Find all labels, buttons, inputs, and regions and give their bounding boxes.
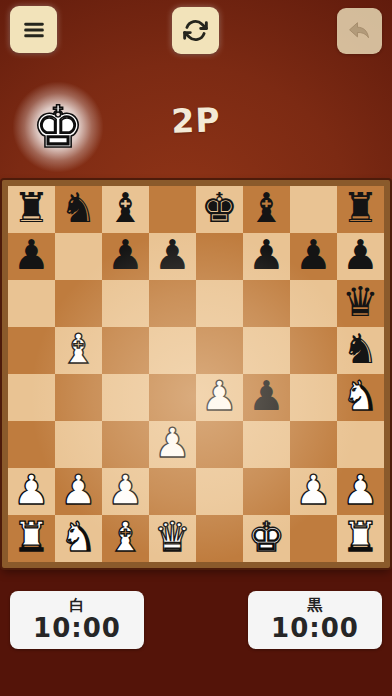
- white-clock-label: 白: [70, 597, 85, 614]
- square-f2[interactable]: [243, 468, 290, 515]
- square-a5[interactable]: [8, 327, 55, 374]
- piece-black-queen: ♛: [342, 282, 379, 323]
- square-d2[interactable]: [149, 468, 196, 515]
- refresh-icon: [183, 18, 208, 43]
- square-h1[interactable]: ♜: [337, 515, 384, 562]
- piece-white-knight: ♞: [342, 376, 379, 417]
- square-d5[interactable]: [149, 327, 196, 374]
- square-g2[interactable]: ♟: [290, 468, 337, 515]
- piece-black-pawn: ♟: [295, 235, 332, 276]
- square-a8[interactable]: ♜: [8, 186, 55, 233]
- square-c2[interactable]: ♟: [102, 468, 149, 515]
- square-d1[interactable]: ♛: [149, 515, 196, 562]
- square-h2[interactable]: ♟: [337, 468, 384, 515]
- square-e8[interactable]: ♚: [196, 186, 243, 233]
- undo-button[interactable]: [337, 8, 382, 54]
- menu-button[interactable]: [10, 6, 57, 53]
- square-a2[interactable]: ♟: [8, 468, 55, 515]
- square-e3[interactable]: [196, 421, 243, 468]
- square-a4[interactable]: [8, 374, 55, 421]
- square-e4[interactable]: ♟: [196, 374, 243, 421]
- piece-black-knight: ♞: [342, 329, 379, 370]
- square-f8[interactable]: ♝: [243, 186, 290, 233]
- square-f7[interactable]: ♟: [243, 233, 290, 280]
- piece-white-pawn: ♟: [154, 423, 191, 464]
- piece-white-pawn: ♟: [13, 470, 50, 511]
- piece-white-bishop: ♝: [60, 329, 97, 370]
- square-a1[interactable]: ♜: [8, 515, 55, 562]
- square-h3[interactable]: [337, 421, 384, 468]
- piece-white-knight: ♞: [60, 517, 97, 558]
- piece-black-king: ♚: [201, 188, 238, 229]
- piece-white-rook: ♜: [13, 517, 50, 558]
- square-b7[interactable]: [55, 233, 102, 280]
- piece-white-rook: ♜: [342, 517, 379, 558]
- square-d7[interactable]: ♟: [149, 233, 196, 280]
- square-b8[interactable]: ♞: [55, 186, 102, 233]
- square-c3[interactable]: [102, 421, 149, 468]
- piece-black-pawn: ♟: [107, 235, 144, 276]
- square-g3[interactable]: [290, 421, 337, 468]
- square-c8[interactable]: ♝: [102, 186, 149, 233]
- square-h5[interactable]: ♞: [337, 327, 384, 374]
- square-b6[interactable]: [55, 280, 102, 327]
- square-d4[interactable]: [149, 374, 196, 421]
- piece-black-bishop: ♝: [107, 188, 144, 229]
- white-clock-time: 10:00: [33, 614, 121, 643]
- square-g7[interactable]: ♟: [290, 233, 337, 280]
- piece-white-pawn: ♟: [201, 376, 238, 417]
- piece-white-pawn: ♟: [342, 470, 379, 511]
- square-f3[interactable]: [243, 421, 290, 468]
- square-a7[interactable]: ♟: [8, 233, 55, 280]
- square-e5[interactable]: [196, 327, 243, 374]
- piece-black-pawn: ♟: [154, 235, 191, 276]
- square-f6[interactable]: [243, 280, 290, 327]
- square-a6[interactable]: [8, 280, 55, 327]
- piece-white-queen: ♛: [154, 517, 191, 558]
- square-c7[interactable]: ♟: [102, 233, 149, 280]
- square-b2[interactable]: ♟: [55, 468, 102, 515]
- piece-black-pawn: ♟: [248, 235, 285, 276]
- square-b1[interactable]: ♞: [55, 515, 102, 562]
- app-screen: { "game": "chess", "position": "rnb1kb1r…: [0, 0, 392, 696]
- square-g4[interactable]: [290, 374, 337, 421]
- square-h8[interactable]: ♜: [337, 186, 384, 233]
- square-f1[interactable]: ♚: [243, 515, 290, 562]
- piece-black-bishop: ♝: [248, 188, 285, 229]
- square-h7[interactable]: ♟: [337, 233, 384, 280]
- square-d8[interactable]: [149, 186, 196, 233]
- black-clock-time: 10:00: [271, 614, 359, 643]
- piece-white-pawn: ♟: [295, 470, 332, 511]
- square-c1[interactable]: ♝: [102, 515, 149, 562]
- piece-black-rook: ♜: [342, 188, 379, 229]
- square-e2[interactable]: [196, 468, 243, 515]
- piece-black-rook: ♜: [13, 188, 50, 229]
- square-c6[interactable]: [102, 280, 149, 327]
- square-a3[interactable]: [8, 421, 55, 468]
- black-clock: 黒 10:00: [248, 591, 382, 649]
- square-b3[interactable]: [55, 421, 102, 468]
- refresh-button[interactable]: [172, 7, 219, 54]
- square-c5[interactable]: [102, 327, 149, 374]
- square-c4[interactable]: [102, 374, 149, 421]
- square-e1[interactable]: [196, 515, 243, 562]
- square-b4[interactable]: [55, 374, 102, 421]
- piece-black-pawn: ♟: [248, 376, 285, 417]
- square-d6[interactable]: [149, 280, 196, 327]
- square-f5[interactable]: [243, 327, 290, 374]
- piece-black-knight: ♞: [60, 188, 97, 229]
- square-d3[interactable]: ♟: [149, 421, 196, 468]
- board-squares: ♜♞♝♚♝♜♟♟♟♟♟♟♛♝♞♟♟♞♟♟♟♟♟♟♜♞♝♛♚♜: [8, 186, 384, 562]
- square-e7[interactable]: [196, 233, 243, 280]
- square-g6[interactable]: [290, 280, 337, 327]
- white-clock: 白 10:00: [10, 591, 144, 649]
- undo-arrow-icon: [346, 18, 373, 45]
- piece-white-bishop: ♝: [107, 517, 144, 558]
- piece-black-pawn: ♟: [13, 235, 50, 276]
- square-f4[interactable]: ♟: [243, 374, 290, 421]
- piece-white-king: ♚: [248, 517, 285, 558]
- piece-black-pawn: ♟: [342, 235, 379, 276]
- square-e6[interactable]: [196, 280, 243, 327]
- piece-white-pawn: ♟: [60, 470, 97, 511]
- black-clock-label: 黒: [308, 597, 323, 614]
- hamburger-icon: [21, 17, 47, 43]
- square-g5[interactable]: [290, 327, 337, 374]
- piece-white-pawn: ♟: [107, 470, 144, 511]
- square-g8[interactable]: [290, 186, 337, 233]
- square-h6[interactable]: ♛: [337, 280, 384, 327]
- chess-board: ♜♞♝♚♝♜♟♟♟♟♟♟♛♝♞♟♟♞♟♟♟♟♟♟♜♞♝♛♚♜: [2, 180, 390, 568]
- square-h4[interactable]: ♞: [337, 374, 384, 421]
- square-g1[interactable]: [290, 515, 337, 562]
- square-b5[interactable]: ♝: [55, 327, 102, 374]
